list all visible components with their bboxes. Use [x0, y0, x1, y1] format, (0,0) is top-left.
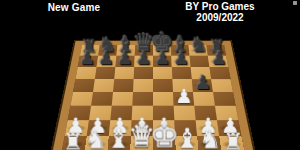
- piece-shadow: [208, 48, 225, 53]
- square-e4[interactable]: [153, 92, 174, 106]
- square-c1[interactable]: ♝: [107, 136, 131, 150]
- square-g5[interactable]: ♟: [192, 79, 213, 92]
- square-h2[interactable]: ♟: [217, 120, 241, 136]
- square-b1[interactable]: ♞: [84, 136, 108, 150]
- square-h1[interactable]: ♜: [219, 136, 244, 150]
- square-b3[interactable]: [89, 106, 112, 121]
- piece-shadow: [219, 125, 240, 132]
- square-h7[interactable]: ♟: [208, 56, 228, 67]
- square-e5[interactable]: [153, 79, 173, 92]
- piece-shadow: [172, 59, 189, 64]
- square-b6[interactable]: [95, 67, 116, 79]
- white-pawn-icon: ♟: [221, 115, 240, 136]
- square-g3[interactable]: [194, 106, 217, 121]
- piece-shadow: [136, 48, 152, 53]
- square-f6[interactable]: [172, 67, 192, 79]
- square-g8[interactable]: ♞: [189, 45, 208, 56]
- white-pawn-icon: ♟: [66, 115, 85, 136]
- square-f4[interactable]: ♟: [173, 92, 194, 106]
- piece-shadow: [135, 59, 152, 64]
- square-b8[interactable]: ♞: [98, 45, 117, 56]
- square-c4[interactable]: [112, 92, 133, 106]
- piece-shadow: [154, 48, 170, 53]
- piece-shadow: [154, 141, 174, 148]
- black-knight-icon: ♞: [98, 36, 116, 56]
- square-f3[interactable]: [174, 106, 196, 121]
- piece-shadow: [81, 48, 98, 53]
- square-h3[interactable]: [215, 106, 238, 121]
- square-g1[interactable]: ♞: [197, 136, 221, 150]
- white-pawn-icon: ♟: [199, 115, 218, 136]
- square-e6[interactable]: [153, 67, 172, 79]
- piece-shadow: [174, 96, 193, 102]
- piece-shadow: [209, 59, 227, 64]
- square-h5[interactable]: [211, 79, 233, 92]
- square-f1[interactable]: ♝: [175, 136, 199, 150]
- square-d5[interactable]: [133, 79, 153, 92]
- square-f2[interactable]: [174, 120, 197, 136]
- board-grid: ♜♞♝♛♚♝♞♜♟♟♟♟♟♟♟♟♟♟♟♟♟♟♟♟♜♞♝♛♚♝♞♜: [62, 45, 245, 150]
- square-f5[interactable]: [172, 79, 193, 92]
- square-e3[interactable]: [153, 106, 174, 121]
- piece-shadow: [176, 141, 197, 148]
- square-a8[interactable]: ♜: [80, 45, 100, 56]
- square-g6[interactable]: [191, 67, 212, 79]
- square-f7[interactable]: ♟: [171, 56, 190, 67]
- square-e7[interactable]: ♟: [153, 56, 172, 67]
- piece-shadow: [79, 59, 97, 64]
- piece-shadow: [88, 125, 108, 132]
- white-pawn-icon: ♟: [175, 86, 193, 106]
- square-d7[interactable]: ♟: [134, 56, 153, 67]
- piece-shadow: [199, 141, 220, 148]
- square-a5[interactable]: [73, 79, 95, 92]
- square-b5[interactable]: [93, 79, 114, 92]
- square-c6[interactable]: [114, 67, 134, 79]
- white-pawn-icon: ♟: [155, 115, 174, 136]
- piece-shadow: [154, 59, 171, 64]
- square-d1[interactable]: ♛: [130, 136, 153, 150]
- square-e2[interactable]: ♟: [153, 120, 175, 136]
- chess-scene: ♜♞♝♛♚♝♞♜♟♟♟♟♟♟♟♟♟♟♟♟♟♟♟♟♜♞♝♛♚♝♞♜: [0, 0, 300, 150]
- square-c8[interactable]: ♝: [116, 45, 135, 56]
- piece-shadow: [117, 59, 134, 64]
- black-rook-icon: ♜: [209, 37, 225, 55]
- black-rook-icon: ♜: [81, 37, 97, 55]
- square-h8[interactable]: ♜: [206, 45, 226, 56]
- piece-shadow: [67, 125, 88, 132]
- square-h6[interactable]: [209, 67, 230, 79]
- piece-shadow: [110, 125, 130, 132]
- piece-shadow: [132, 125, 152, 132]
- piece-shadow: [197, 125, 217, 132]
- square-a2[interactable]: ♟: [65, 120, 89, 136]
- square-e1[interactable]: ♚: [153, 136, 176, 150]
- piece-shadow: [221, 141, 242, 148]
- square-d3[interactable]: [132, 106, 153, 121]
- square-c7[interactable]: ♟: [115, 56, 134, 67]
- piece-shadow: [193, 83, 211, 89]
- piece-shadow: [109, 141, 130, 148]
- chess-board[interactable]: ♜♞♝♛♚♝♞♜♟♟♟♟♟♟♟♟♟♟♟♟♟♟♟♟♜♞♝♛♚♝♞♜: [51, 41, 255, 150]
- piece-shadow: [118, 48, 135, 53]
- square-a3[interactable]: [68, 106, 91, 121]
- square-h4[interactable]: [213, 92, 236, 106]
- piece-shadow: [64, 141, 85, 148]
- white-pawn-icon: ♟: [133, 115, 152, 136]
- piece-shadow: [100, 48, 117, 53]
- piece-shadow: [98, 59, 115, 64]
- piece-shadow: [154, 125, 174, 132]
- square-g4[interactable]: [193, 92, 215, 106]
- square-d4[interactable]: [132, 92, 153, 106]
- piece-shadow: [131, 141, 151, 148]
- piece-shadow: [86, 141, 107, 148]
- square-c5[interactable]: [113, 79, 134, 92]
- square-a7[interactable]: ♟: [78, 56, 98, 67]
- square-d6[interactable]: [134, 67, 153, 79]
- square-d8[interactable]: ♛: [135, 45, 153, 56]
- square-f8[interactable]: ♝: [171, 45, 190, 56]
- square-b7[interactable]: ♟: [97, 56, 117, 67]
- piece-shadow: [190, 48, 207, 53]
- square-g7[interactable]: [190, 56, 210, 67]
- black-knight-icon: ♞: [190, 36, 208, 56]
- square-e8[interactable]: ♚: [153, 45, 171, 56]
- square-g2[interactable]: ♟: [196, 120, 220, 136]
- square-a1[interactable]: ♜: [62, 136, 87, 150]
- square-c3[interactable]: [110, 106, 132, 121]
- square-b2[interactable]: ♟: [87, 120, 111, 136]
- square-d2[interactable]: ♟: [131, 120, 153, 136]
- white-pawn-icon: ♟: [110, 115, 129, 136]
- square-b4[interactable]: [91, 92, 113, 106]
- white-pawn-icon: ♟: [88, 115, 107, 136]
- square-a6[interactable]: [75, 67, 96, 79]
- square-c2[interactable]: ♟: [109, 120, 132, 136]
- piece-shadow: [172, 48, 189, 53]
- square-a4[interactable]: [70, 92, 93, 106]
